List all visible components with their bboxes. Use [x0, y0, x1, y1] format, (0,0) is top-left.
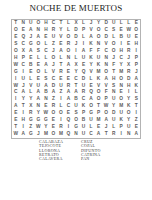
grid-cell[interactable]: R: [125, 69, 133, 76]
grid-cell[interactable]: X: [72, 20, 80, 27]
grid-cell[interactable]: G: [27, 131, 35, 138]
grid-cell[interactable]: U: [35, 82, 43, 89]
grid-cell[interactable]: Y: [20, 96, 28, 103]
grid-cell[interactable]: X: [72, 62, 80, 69]
grid-cell[interactable]: I: [132, 110, 140, 117]
grid-cell[interactable]: D: [72, 34, 80, 41]
grid-cell[interactable]: L: [80, 34, 88, 41]
grid-cell[interactable]: E: [65, 76, 73, 83]
grid-cell[interactable]: O: [95, 27, 103, 34]
grid-cell[interactable]: S: [12, 41, 20, 48]
grid-cell[interactable]: Q: [87, 89, 95, 96]
grid-cell[interactable]: W: [42, 110, 50, 117]
grid-cell[interactable]: B: [42, 89, 50, 96]
grid-cell[interactable]: A: [65, 89, 73, 96]
grid-cell[interactable]: V: [27, 82, 35, 89]
grid-cell[interactable]: E: [117, 27, 125, 34]
grid-cell[interactable]: T: [12, 124, 20, 131]
grid-cell[interactable]: T: [72, 82, 80, 89]
grid-cell[interactable]: O: [125, 110, 133, 117]
grid-cell[interactable]: F: [87, 48, 95, 55]
grid-cell[interactable]: U: [87, 117, 95, 124]
grid-cell[interactable]: N: [72, 131, 80, 138]
grid-cell[interactable]: U: [117, 110, 125, 117]
grid-cell[interactable]: I: [117, 131, 125, 138]
grid-cell[interactable]: A: [102, 117, 110, 124]
grid-cell[interactable]: L: [117, 20, 125, 27]
puzzle-title: NOCHE DE MUERTOS: [0, 3, 152, 13]
grid-cell[interactable]: T: [20, 103, 28, 110]
grid-cell[interactable]: I: [57, 96, 65, 103]
grid-cell[interactable]: N: [117, 82, 125, 89]
word-list-item[interactable]: PAN: [81, 157, 101, 161]
grid-cell[interactable]: C: [42, 48, 50, 55]
grid-cell[interactable]: C: [87, 131, 95, 138]
grid-cell[interactable]: T: [95, 103, 103, 110]
word-list-column-right: CRUZCOPALDIFUNTOCATRINAPAN: [81, 140, 101, 161]
grid-cell[interactable]: Z: [50, 41, 58, 48]
grid-cell[interactable]: I: [20, 124, 28, 131]
grid-cell[interactable]: A: [12, 103, 20, 110]
grid-cell[interactable]: A: [27, 48, 35, 55]
grid-cell[interactable]: V: [87, 27, 95, 34]
grid-cell[interactable]: L: [87, 124, 95, 131]
grid-cell[interactable]: O: [50, 110, 58, 117]
grid-cell[interactable]: F: [102, 89, 110, 96]
grid-cell[interactable]: P: [117, 124, 125, 131]
grid-cell[interactable]: A: [35, 89, 43, 96]
grid-cell[interactable]: P: [102, 96, 110, 103]
grid-cell[interactable]: D: [125, 76, 133, 83]
grid-cell[interactable]: M: [117, 103, 125, 110]
grid-cell[interactable]: X: [20, 48, 28, 55]
grid-cell[interactable]: S: [42, 76, 50, 83]
grid-cell[interactable]: G: [72, 124, 80, 131]
grid-cell[interactable]: D: [110, 110, 118, 117]
grid-cell[interactable]: N: [95, 41, 103, 48]
grid-cell[interactable]: W: [12, 131, 20, 138]
grid-cell[interactable]: A: [20, 131, 28, 138]
grid-cell[interactable]: G: [42, 117, 50, 124]
grid-cell[interactable]: T: [12, 20, 20, 27]
grid-cell[interactable]: O: [12, 27, 20, 34]
grid-cell[interactable]: S: [110, 82, 118, 89]
grid-cell[interactable]: Z: [132, 117, 140, 124]
grid-cell[interactable]: Q: [80, 69, 88, 76]
grid-cell[interactable]: Y: [35, 110, 43, 117]
grid-cell[interactable]: M: [95, 69, 103, 76]
grid-cell[interactable]: P: [20, 55, 28, 62]
grid-cell[interactable]: E: [132, 34, 140, 41]
grid-cell[interactable]: C: [102, 48, 110, 55]
grid-cell[interactable]: O: [65, 34, 73, 41]
grid-cell[interactable]: L: [57, 103, 65, 110]
grid-cell[interactable]: B: [80, 117, 88, 124]
grid-cell[interactable]: U: [125, 124, 133, 131]
grid-cell[interactable]: L: [35, 55, 43, 62]
grid-cell[interactable]: A: [132, 76, 140, 83]
grid-cell[interactable]: B: [72, 96, 80, 103]
grid-cell[interactable]: R: [57, 69, 65, 76]
grid-cell[interactable]: G: [87, 110, 95, 117]
grid-cell[interactable]: Z: [57, 89, 65, 96]
grid-cell[interactable]: A: [65, 96, 73, 103]
grid-cell[interactable]: T: [132, 103, 140, 110]
grid-cell[interactable]: G: [27, 41, 35, 48]
grid-cell[interactable]: C: [50, 20, 58, 27]
grid-cell[interactable]: A: [132, 131, 140, 138]
grid-cell[interactable]: B: [27, 62, 35, 69]
grid-cell[interactable]: K: [95, 62, 103, 69]
grid-cell[interactable]: U: [50, 34, 58, 41]
grid-cell[interactable]: L: [42, 69, 50, 76]
grid-cell[interactable]: O: [132, 27, 140, 34]
grid-cell[interactable]: M: [117, 69, 125, 76]
grid-cell[interactable]: C: [102, 27, 110, 34]
grid-cell[interactable]: A: [42, 82, 50, 89]
grid-cell[interactable]: W: [12, 82, 20, 89]
grid-cell[interactable]: Y: [95, 20, 103, 27]
grid-cell[interactable]: J: [20, 82, 28, 89]
grid-cell[interactable]: J: [50, 48, 58, 55]
grid-cell[interactable]: E: [57, 76, 65, 83]
grid-cell[interactable]: J: [27, 34, 35, 41]
grid-cell[interactable]: Z: [50, 96, 58, 103]
grid-cell[interactable]: N: [110, 89, 118, 96]
grid-cell[interactable]: E: [50, 124, 58, 131]
grid-cell[interactable]: O: [110, 41, 118, 48]
grid-cell[interactable]: L: [65, 27, 73, 34]
grid-cell[interactable]: R: [27, 110, 35, 117]
grid-cell[interactable]: E: [80, 62, 88, 69]
grid-cell[interactable]: E: [35, 76, 43, 83]
grid-cell[interactable]: V: [102, 41, 110, 48]
grid-cell[interactable]: H: [117, 48, 125, 55]
grid-cell[interactable]: C: [72, 76, 80, 83]
grid-cell[interactable]: F: [95, 48, 103, 55]
grid-cell[interactable]: U: [125, 34, 133, 41]
grid-cell[interactable]: V: [95, 82, 103, 89]
grid-cell[interactable]: A: [65, 62, 73, 69]
grid-cell[interactable]: I: [132, 48, 140, 55]
grid-cell[interactable]: N: [102, 62, 110, 69]
grid-cell[interactable]: O: [87, 103, 95, 110]
grid-cell[interactable]: D: [102, 34, 110, 41]
grid-cell[interactable]: V: [87, 69, 95, 76]
grid-cell[interactable]: K: [80, 103, 88, 110]
grid-cell[interactable]: H: [132, 41, 140, 48]
grid-cell[interactable]: I: [20, 69, 28, 76]
grid-cell[interactable]: L: [110, 124, 118, 131]
grid-cell[interactable]: U: [95, 55, 103, 62]
grid-cell[interactable]: E: [12, 117, 20, 124]
grid-cell[interactable]: E: [95, 124, 103, 131]
grid-cell[interactable]: O: [117, 76, 125, 83]
grid-cell[interactable]: L: [132, 89, 140, 96]
grid-cell[interactable]: A: [95, 131, 103, 138]
grid-cell[interactable]: V: [57, 34, 65, 41]
grid-cell[interactable]: O: [50, 131, 58, 138]
grid-cell[interactable]: O: [35, 20, 43, 27]
grid-cell[interactable]: A: [87, 34, 95, 41]
grid-cell[interactable]: J: [125, 55, 133, 62]
grid-cell[interactable]: C: [12, 89, 20, 96]
grid-cell[interactable]: H: [110, 76, 118, 83]
grid-cell[interactable]: J: [50, 62, 58, 69]
grid-cell[interactable]: D: [102, 20, 110, 27]
grid-cell[interactable]: H: [42, 27, 50, 34]
grid-cell[interactable]: N: [65, 55, 73, 62]
grid-cell[interactable]: L: [72, 55, 80, 62]
grid-cell[interactable]: I: [65, 124, 73, 131]
grid-cell[interactable]: G: [35, 117, 43, 124]
grid-cell[interactable]: J: [132, 69, 140, 76]
grid-cell[interactable]: K: [87, 41, 95, 48]
grid-cell[interactable]: Y: [125, 96, 133, 103]
grid-cell[interactable]: L: [42, 41, 50, 48]
grid-cell[interactable]: S: [110, 27, 118, 34]
grid-cell[interactable]: R: [57, 124, 65, 131]
grid-cell[interactable]: K: [87, 55, 95, 62]
grid-cell[interactable]: E: [42, 34, 50, 41]
grid-cell[interactable]: I: [72, 48, 80, 55]
grid-cell[interactable]: O: [102, 110, 110, 117]
grid-cell[interactable]: R: [65, 82, 73, 89]
grid-cell[interactable]: W: [35, 124, 43, 131]
grid-cell[interactable]: E: [35, 62, 43, 69]
grid-cell[interactable]: S: [72, 110, 80, 117]
grid-cell[interactable]: P: [80, 110, 88, 117]
grid-cell[interactable]: A: [50, 89, 58, 96]
grid-cell[interactable]: O: [65, 48, 73, 55]
grid-cell[interactable]: P: [132, 62, 140, 69]
grid-cell[interactable]: H: [42, 20, 50, 27]
grid-cell[interactable]: L: [42, 55, 50, 62]
grid-cell[interactable]: W: [125, 27, 133, 34]
grid-cell[interactable]: N: [35, 103, 43, 110]
grid-cell[interactable]: G: [12, 69, 20, 76]
grid-cell[interactable]: T: [57, 62, 65, 69]
grid-cell[interactable]: O: [35, 69, 43, 76]
grid-cell[interactable]: Y: [125, 117, 133, 124]
grid-cell[interactable]: I: [57, 117, 65, 124]
grid-cell[interactable]: A: [35, 96, 43, 103]
grid-cell[interactable]: T: [57, 20, 65, 27]
grid-cell[interactable]: L: [65, 20, 73, 27]
grid-cell[interactable]: L: [27, 89, 35, 96]
grid-cell[interactable]: F: [110, 62, 118, 69]
grid-cell[interactable]: U: [72, 103, 80, 110]
grid-cell[interactable]: V: [50, 69, 58, 76]
grid-cell[interactable]: U: [110, 96, 118, 103]
grid-cell[interactable]: Q: [20, 34, 28, 41]
grid-cell[interactable]: W: [102, 103, 110, 110]
grid-cell[interactable]: C: [117, 55, 125, 62]
grid-cell[interactable]: J: [110, 55, 118, 62]
grid-cell[interactable]: O: [57, 110, 65, 117]
grid-cell[interactable]: M: [57, 131, 65, 138]
grid-cell[interactable]: O: [95, 34, 103, 41]
grid-cell[interactable]: U: [80, 82, 88, 89]
grid-cell[interactable]: C: [80, 96, 88, 103]
grid-cell[interactable]: U: [80, 55, 88, 62]
grid-cell[interactable]: B: [117, 34, 125, 41]
grid-cell[interactable]: Y: [27, 96, 35, 103]
grid-cell[interactable]: S: [35, 48, 43, 55]
grid-cell[interactable]: E: [117, 89, 125, 96]
grid-cell[interactable]: E: [132, 124, 140, 131]
grid-cell[interactable]: J: [102, 124, 110, 131]
grid-cell[interactable]: C: [65, 103, 73, 110]
grid-cell[interactable]: A: [80, 48, 88, 55]
grid-cell[interactable]: E: [65, 110, 73, 117]
grid-cell[interactable]: O: [117, 96, 125, 103]
grid-cell[interactable]: E: [12, 110, 20, 117]
grid-cell[interactable]: O: [50, 55, 58, 62]
grid-cell[interactable]: S: [132, 96, 140, 103]
word-list-item[interactable]: CALAVERA: [39, 157, 63, 161]
grid-cell[interactable]: R: [125, 48, 133, 55]
grid-cell[interactable]: H: [12, 55, 20, 62]
grid-cell[interactable]: E: [125, 41, 133, 48]
grid-cell[interactable]: P: [132, 55, 140, 62]
grid-cell[interactable]: R: [65, 41, 73, 48]
grid-cell[interactable]: N: [102, 55, 110, 62]
grid-cell[interactable]: U: [20, 76, 28, 83]
grid-cell[interactable]: L: [27, 76, 35, 83]
grid-cell[interactable]: U: [57, 82, 65, 89]
grid-cell[interactable]: A: [87, 96, 95, 103]
grid-cell[interactable]: R: [50, 103, 58, 110]
grid-cell[interactable]: I: [20, 110, 28, 117]
grid-cell[interactable]: P: [95, 110, 103, 117]
grid-cell[interactable]: P: [80, 27, 88, 34]
grid-cell[interactable]: I: [80, 41, 88, 48]
grid-cell[interactable]: E: [42, 103, 50, 110]
grid-cell[interactable]: X: [27, 103, 35, 110]
grid-cell[interactable]: N: [125, 131, 133, 138]
grid-cell[interactable]: U: [110, 20, 118, 27]
grid-cell[interactable]: R: [50, 27, 58, 34]
grid-cell[interactable]: Y: [72, 69, 80, 76]
grid-cell[interactable]: I: [117, 41, 125, 48]
grid-cell[interactable]: Y: [57, 27, 65, 34]
grid-cell[interactable]: E: [57, 41, 65, 48]
grid-cell[interactable]: X: [125, 62, 133, 69]
grid-cell[interactable]: E: [87, 82, 95, 89]
grid-cell[interactable]: E: [65, 69, 73, 76]
grid-cell[interactable]: I: [12, 76, 20, 83]
grid-cell[interactable]: W: [12, 62, 20, 69]
grid-cell[interactable]: T: [110, 69, 118, 76]
grid-cell[interactable]: N: [35, 27, 43, 34]
grid-cell[interactable]: L: [110, 34, 118, 41]
grid-cell[interactable]: O: [35, 41, 43, 48]
grid-cell[interactable]: J: [72, 41, 80, 48]
grid-cell[interactable]: C: [50, 76, 58, 83]
word-search-grid: TNUOHCTLXLJYDULLEOEANHRYLDPVOCSEWOEQJAEU…: [11, 19, 141, 139]
grid-cell[interactable]: U: [80, 131, 88, 138]
grid-cell[interactable]: A: [42, 62, 50, 69]
grid-cell[interactable]: A: [57, 48, 65, 55]
grid-cell[interactable]: J: [35, 131, 43, 138]
grid-cell[interactable]: Q: [65, 131, 73, 138]
grid-cell[interactable]: L: [87, 76, 95, 83]
grid-cell[interactable]: O: [72, 117, 80, 124]
grid-cell[interactable]: Y: [87, 62, 95, 69]
grid-cell[interactable]: O: [110, 48, 118, 55]
grid-cell[interactable]: C: [20, 62, 28, 69]
grid-cell[interactable]: N: [42, 96, 50, 103]
grid-cell[interactable]: V: [102, 82, 110, 89]
grid-cell[interactable]: O: [95, 89, 103, 96]
grid-cell[interactable]: R: [110, 131, 118, 138]
grid-cell[interactable]: Z: [27, 124, 35, 131]
grid-cell[interactable]: R: [80, 89, 88, 96]
grid-cell[interactable]: U: [110, 117, 118, 124]
grid-cell[interactable]: L: [125, 20, 133, 27]
grid-cell[interactable]: Y: [110, 103, 118, 110]
grid-cell[interactable]: J: [87, 20, 95, 27]
grid-cell[interactable]: A: [27, 27, 35, 34]
grid-cell[interactable]: O: [95, 96, 103, 103]
grid-cell[interactable]: G: [27, 117, 35, 124]
grid-cell[interactable]: K: [95, 76, 103, 83]
grid-cell[interactable]: N: [20, 20, 28, 27]
grid-cell[interactable]: Y: [117, 62, 125, 69]
grid-cell[interactable]: I: [125, 89, 133, 96]
grid-cell[interactable]: U: [27, 20, 35, 27]
grid-cell[interactable]: T: [102, 131, 110, 138]
grid-cell[interactable]: D: [72, 27, 80, 34]
grid-cell[interactable]: L: [80, 20, 88, 27]
grid-cell[interactable]: D: [50, 82, 58, 89]
grid-cell[interactable]: K: [117, 117, 125, 124]
grid-cell[interactable]: E: [132, 20, 140, 27]
grid-cell[interactable]: A: [20, 89, 28, 96]
grid-cell[interactable]: K: [132, 82, 140, 89]
grid-cell[interactable]: K: [125, 103, 133, 110]
grid-cell[interactable]: I: [12, 96, 20, 103]
grid-cell[interactable]: H: [20, 117, 28, 124]
grid-cell[interactable]: E: [50, 117, 58, 124]
grid-cell[interactable]: D: [80, 76, 88, 83]
grid-cell[interactable]: Y: [42, 124, 50, 131]
grid-cell[interactable]: E: [12, 34, 20, 41]
grid-cell[interactable]: M: [95, 117, 103, 124]
grid-cell[interactable]: O: [12, 48, 20, 55]
grid-cell[interactable]: E: [27, 55, 35, 62]
grid-cell[interactable]: Q: [65, 117, 73, 124]
grid-cell[interactable]: M: [42, 131, 50, 138]
word-list-column-left: CALABAZATEJOCOTELLORONARETRATOCALAVERA: [39, 140, 63, 161]
grid-cell[interactable]: E: [20, 27, 28, 34]
grid-cell[interactable]: A: [35, 34, 43, 41]
grid-cell[interactable]: H: [125, 82, 133, 89]
grid-cell[interactable]: U: [80, 124, 88, 131]
grid-cell[interactable]: C: [20, 41, 28, 48]
grid-cell[interactable]: E: [27, 69, 35, 76]
grid-cell[interactable]: L: [57, 55, 65, 62]
grid-cell[interactable]: A: [102, 76, 110, 83]
grid-cell[interactable]: A: [72, 89, 80, 96]
grid-cell[interactable]: O: [102, 69, 110, 76]
